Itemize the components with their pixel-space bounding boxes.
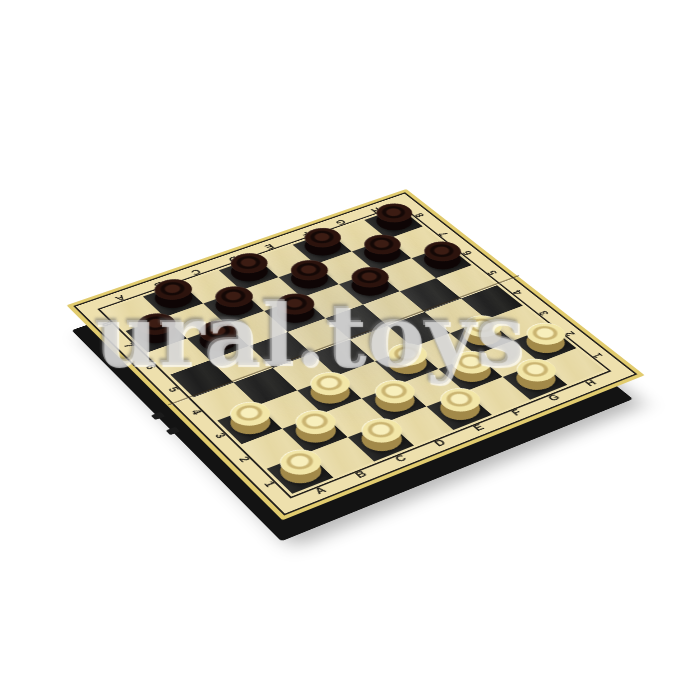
checker-dark-c7[interactable]: ⛂ — [208, 293, 259, 322]
checker-light-e3[interactable]: ⛀ — [380, 350, 434, 381]
rank-label-3-right: 3 — [521, 302, 566, 323]
board-grid: ⛂⛂⛂⛂⛂⛂⛂⛂⛂⛂⛂⛂⛀⛀⛀⛀⛀⛀⛀⛀⛀⛀⛀⛀ — [104, 208, 604, 494]
board-frame: ABCDEFGH ABCDEFGH 87654321 87654321 ⛂⛂⛂⛂… — [73, 192, 637, 515]
checker-dark-b6[interactable]: ⛂ — [192, 327, 244, 357]
rank-label-4-right: 4 — [495, 282, 539, 302]
board-surface: ABCDEFGH ABCDEFGH 87654321 87654321 ⛂⛂⛂⛂… — [66, 189, 644, 520]
checkers-board: ABCDEFGH ABCDEFGH 87654321 87654321 ⛂⛂⛂⛂… — [68, 205, 644, 538]
product-photo: ABCDEFGH ABCDEFGH 87654321 87654321 ⛂⛂⛂⛂… — [0, 0, 700, 700]
